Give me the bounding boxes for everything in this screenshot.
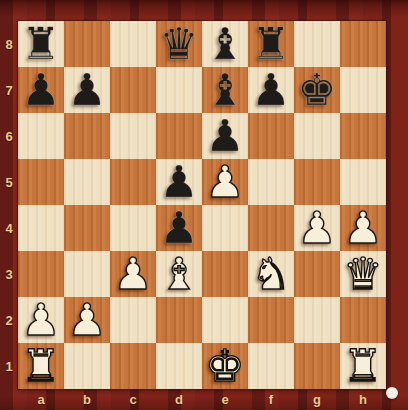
file-label-c: c bbox=[110, 389, 156, 410]
square-e1[interactable]: ♚ bbox=[202, 343, 248, 389]
square-b3[interactable] bbox=[64, 251, 110, 297]
square-h4[interactable]: ♟ bbox=[340, 205, 386, 251]
square-e6[interactable]: ♟ bbox=[202, 113, 248, 159]
square-c6[interactable] bbox=[110, 113, 156, 159]
square-b5[interactable] bbox=[64, 159, 110, 205]
square-e2[interactable] bbox=[202, 297, 248, 343]
black-bishop[interactable]: ♝ bbox=[205, 68, 244, 112]
white-bishop[interactable]: ♝ bbox=[159, 252, 198, 296]
white-knight[interactable]: ♞ bbox=[251, 252, 290, 296]
square-b7[interactable]: ♟ bbox=[64, 67, 110, 113]
square-f8[interactable]: ♜ bbox=[248, 21, 294, 67]
square-b2[interactable]: ♟ bbox=[64, 297, 110, 343]
file-label-d: d bbox=[156, 389, 202, 410]
black-pawn[interactable]: ♟ bbox=[67, 68, 106, 112]
board[interactable]: ♜♛♝♜♟♟♝♟♚♟♟♟♟♟♟♟♝♞♛♟♟♜♚♜ bbox=[18, 21, 386, 389]
rank-label-8: 8 bbox=[0, 21, 18, 67]
square-d5[interactable]: ♟ bbox=[156, 159, 202, 205]
square-f5[interactable] bbox=[248, 159, 294, 205]
square-e4[interactable] bbox=[202, 205, 248, 251]
square-b4[interactable] bbox=[64, 205, 110, 251]
square-f4[interactable] bbox=[248, 205, 294, 251]
square-h6[interactable] bbox=[340, 113, 386, 159]
black-pawn[interactable]: ♟ bbox=[21, 68, 60, 112]
square-h2[interactable] bbox=[340, 297, 386, 343]
rank-label-6: 6 bbox=[0, 113, 18, 159]
square-c3[interactable]: ♟ bbox=[110, 251, 156, 297]
square-a7[interactable]: ♟ bbox=[18, 67, 64, 113]
square-h1[interactable]: ♜ bbox=[340, 343, 386, 389]
square-c2[interactable] bbox=[110, 297, 156, 343]
white-pawn[interactable]: ♟ bbox=[113, 252, 152, 296]
square-g4[interactable]: ♟ bbox=[294, 205, 340, 251]
file-label-a: a bbox=[18, 389, 64, 410]
black-pawn[interactable]: ♟ bbox=[159, 206, 198, 250]
square-g8[interactable] bbox=[294, 21, 340, 67]
white-pawn[interactable]: ♟ bbox=[343, 206, 382, 250]
black-king[interactable]: ♚ bbox=[297, 68, 336, 112]
file-label-g: g bbox=[294, 389, 340, 410]
square-f1[interactable] bbox=[248, 343, 294, 389]
square-g2[interactable] bbox=[294, 297, 340, 343]
square-a3[interactable] bbox=[18, 251, 64, 297]
rank-label-4: 4 bbox=[0, 205, 18, 251]
square-d2[interactable] bbox=[156, 297, 202, 343]
rank-label-5: 5 bbox=[0, 159, 18, 205]
square-e8[interactable]: ♝ bbox=[202, 21, 248, 67]
square-g7[interactable]: ♚ bbox=[294, 67, 340, 113]
black-pawn[interactable]: ♟ bbox=[251, 68, 290, 112]
square-c1[interactable] bbox=[110, 343, 156, 389]
black-bishop[interactable]: ♝ bbox=[205, 22, 244, 66]
rank-labels: 87654321 bbox=[0, 21, 18, 389]
square-b1[interactable] bbox=[64, 343, 110, 389]
square-d6[interactable] bbox=[156, 113, 202, 159]
square-a2[interactable]: ♟ bbox=[18, 297, 64, 343]
square-g6[interactable] bbox=[294, 113, 340, 159]
white-pawn[interactable]: ♟ bbox=[21, 298, 60, 342]
file-label-e: e bbox=[202, 389, 248, 410]
black-rook[interactable]: ♜ bbox=[251, 22, 290, 66]
square-h3[interactable]: ♛ bbox=[340, 251, 386, 297]
rank-label-7: 7 bbox=[0, 67, 18, 113]
square-f6[interactable] bbox=[248, 113, 294, 159]
square-f3[interactable]: ♞ bbox=[248, 251, 294, 297]
white-pawn[interactable]: ♟ bbox=[67, 298, 106, 342]
square-g5[interactable] bbox=[294, 159, 340, 205]
square-c7[interactable] bbox=[110, 67, 156, 113]
square-h5[interactable] bbox=[340, 159, 386, 205]
square-h7[interactable] bbox=[340, 67, 386, 113]
rank-label-1: 1 bbox=[0, 343, 18, 389]
square-h8[interactable] bbox=[340, 21, 386, 67]
square-g3[interactable] bbox=[294, 251, 340, 297]
square-a4[interactable] bbox=[18, 205, 64, 251]
white-rook[interactable]: ♜ bbox=[343, 344, 382, 388]
square-f2[interactable] bbox=[248, 297, 294, 343]
square-d8[interactable]: ♛ bbox=[156, 21, 202, 67]
black-rook[interactable]: ♜ bbox=[21, 22, 60, 66]
rank-label-2: 2 bbox=[0, 297, 18, 343]
square-e5[interactable]: ♟ bbox=[202, 159, 248, 205]
square-e7[interactable]: ♝ bbox=[202, 67, 248, 113]
file-labels: abcdefgh bbox=[18, 389, 386, 410]
square-c5[interactable] bbox=[110, 159, 156, 205]
square-f7[interactable]: ♟ bbox=[248, 67, 294, 113]
square-d4[interactable]: ♟ bbox=[156, 205, 202, 251]
square-a1[interactable]: ♜ bbox=[18, 343, 64, 389]
white-pawn[interactable]: ♟ bbox=[205, 160, 244, 204]
white-pawn[interactable]: ♟ bbox=[297, 206, 336, 250]
board-frame: 87654321 ♜♛♝♜♟♟♝♟♚♟♟♟♟♟♟♟♝♞♛♟♟♜♚♜ abcdef… bbox=[0, 0, 408, 410]
square-d7[interactable] bbox=[156, 67, 202, 113]
square-b8[interactable] bbox=[64, 21, 110, 67]
square-d3[interactable]: ♝ bbox=[156, 251, 202, 297]
square-a5[interactable] bbox=[18, 159, 64, 205]
side-to-move-indicator bbox=[386, 387, 398, 399]
file-label-h: h bbox=[340, 389, 386, 410]
file-label-f: f bbox=[248, 389, 294, 410]
black-queen[interactable]: ♛ bbox=[159, 22, 198, 66]
rank-label-3: 3 bbox=[0, 251, 18, 297]
square-a6[interactable] bbox=[18, 113, 64, 159]
square-g1[interactable] bbox=[294, 343, 340, 389]
square-d1[interactable] bbox=[156, 343, 202, 389]
black-pawn[interactable]: ♟ bbox=[159, 160, 198, 204]
square-a8[interactable]: ♜ bbox=[18, 21, 64, 67]
white-rook[interactable]: ♜ bbox=[21, 344, 60, 388]
white-queen[interactable]: ♛ bbox=[343, 252, 382, 296]
white-king[interactable]: ♚ bbox=[205, 344, 244, 388]
square-c8[interactable] bbox=[110, 21, 156, 67]
black-pawn[interactable]: ♟ bbox=[205, 114, 244, 158]
file-label-b: b bbox=[64, 389, 110, 410]
square-c4[interactable] bbox=[110, 205, 156, 251]
square-e3[interactable] bbox=[202, 251, 248, 297]
square-b6[interactable] bbox=[64, 113, 110, 159]
